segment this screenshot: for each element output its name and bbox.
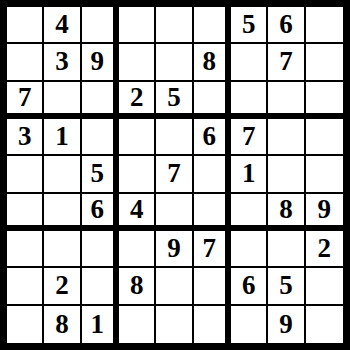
cell-r6c7-empty[interactable]: [231, 194, 268, 231]
cell-r5c6-empty[interactable]: [194, 156, 231, 193]
sudoku-board: 4563987725316757164899722865819: [0, 0, 350, 350]
cell-r1c1-empty[interactable]: [7, 7, 44, 44]
cell-r4c6-given: 6: [194, 119, 231, 156]
cell-r8c8-given: 5: [268, 268, 305, 305]
cell-r8c9-empty[interactable]: [306, 268, 343, 305]
cell-r6c8-given: 8: [268, 194, 305, 231]
cell-r9c3-given: 1: [82, 306, 119, 343]
cell-r3c8-empty[interactable]: [268, 82, 305, 119]
cell-r9c7-empty[interactable]: [231, 306, 268, 343]
cell-r5c1-empty[interactable]: [7, 156, 44, 193]
cell-r8c2-given: 2: [44, 268, 81, 305]
cell-r7c6-given: 7: [194, 231, 231, 268]
cell-r6c2-empty[interactable]: [44, 194, 81, 231]
cell-r7c3-empty[interactable]: [82, 231, 119, 268]
cell-r6c4-given: 4: [119, 194, 156, 231]
cell-r6c9-given: 9: [306, 194, 343, 231]
cell-r5c7-given: 1: [231, 156, 268, 193]
cell-r1c5-empty[interactable]: [156, 7, 193, 44]
cell-r1c7-given: 5: [231, 7, 268, 44]
cell-r2c9-empty[interactable]: [306, 44, 343, 81]
cell-r8c3-empty[interactable]: [82, 268, 119, 305]
cell-r2c1-empty[interactable]: [7, 44, 44, 81]
cell-r4c5-empty[interactable]: [156, 119, 193, 156]
cell-r4c3-empty[interactable]: [82, 119, 119, 156]
cell-r3c9-empty[interactable]: [306, 82, 343, 119]
cell-r3c5-given: 5: [156, 82, 193, 119]
cell-r8c6-empty[interactable]: [194, 268, 231, 305]
cell-r1c2-given: 4: [44, 7, 81, 44]
cell-r4c4-empty[interactable]: [119, 119, 156, 156]
cell-r2c2-given: 3: [44, 44, 81, 81]
cell-r8c4-given: 8: [119, 268, 156, 305]
cell-r1c9-empty[interactable]: [306, 7, 343, 44]
cell-r7c5-given: 9: [156, 231, 193, 268]
cell-r9c4-empty[interactable]: [119, 306, 156, 343]
cell-r3c4-given: 2: [119, 82, 156, 119]
cell-r3c7-empty[interactable]: [231, 82, 268, 119]
cell-r3c6-empty[interactable]: [194, 82, 231, 119]
cell-r2c4-empty[interactable]: [119, 44, 156, 81]
cell-r9c8-given: 9: [268, 306, 305, 343]
cell-r8c7-given: 6: [231, 268, 268, 305]
cell-r5c3-given: 5: [82, 156, 119, 193]
cell-r4c2-given: 1: [44, 119, 81, 156]
cell-r3c2-empty[interactable]: [44, 82, 81, 119]
cell-r9c6-empty[interactable]: [194, 306, 231, 343]
cell-r5c2-empty[interactable]: [44, 156, 81, 193]
cell-r7c7-empty[interactable]: [231, 231, 268, 268]
cell-r7c4-empty[interactable]: [119, 231, 156, 268]
cell-r4c9-empty[interactable]: [306, 119, 343, 156]
cell-r5c5-given: 7: [156, 156, 193, 193]
cell-r4c8-empty[interactable]: [268, 119, 305, 156]
cell-r1c3-empty[interactable]: [82, 7, 119, 44]
cell-r9c9-empty[interactable]: [306, 306, 343, 343]
cell-r4c1-given: 3: [7, 119, 44, 156]
cell-r7c9-given: 2: [306, 231, 343, 268]
cell-r6c3-given: 6: [82, 194, 119, 231]
cell-r3c3-empty[interactable]: [82, 82, 119, 119]
cell-r7c1-empty[interactable]: [7, 231, 44, 268]
cell-r8c5-empty[interactable]: [156, 268, 193, 305]
cell-r1c6-empty[interactable]: [194, 7, 231, 44]
cell-r4c7-given: 7: [231, 119, 268, 156]
cell-r6c6-empty[interactable]: [194, 194, 231, 231]
cell-r1c4-empty[interactable]: [119, 7, 156, 44]
cell-r2c6-given: 8: [194, 44, 231, 81]
cell-r5c8-empty[interactable]: [268, 156, 305, 193]
cell-r2c5-empty[interactable]: [156, 44, 193, 81]
cell-r2c8-given: 7: [268, 44, 305, 81]
cell-r9c1-empty[interactable]: [7, 306, 44, 343]
cell-r5c4-empty[interactable]: [119, 156, 156, 193]
cell-r7c2-empty[interactable]: [44, 231, 81, 268]
cell-r6c5-empty[interactable]: [156, 194, 193, 231]
cell-r6c1-empty[interactable]: [7, 194, 44, 231]
cell-r1c8-given: 6: [268, 7, 305, 44]
cell-r2c3-given: 9: [82, 44, 119, 81]
cell-r9c2-given: 8: [44, 306, 81, 343]
cell-r2c7-empty[interactable]: [231, 44, 268, 81]
cell-r9c5-empty[interactable]: [156, 306, 193, 343]
cell-r7c8-empty[interactable]: [268, 231, 305, 268]
cell-r8c1-empty[interactable]: [7, 268, 44, 305]
cell-r3c1-given: 7: [7, 82, 44, 119]
cell-r5c9-empty[interactable]: [306, 156, 343, 193]
